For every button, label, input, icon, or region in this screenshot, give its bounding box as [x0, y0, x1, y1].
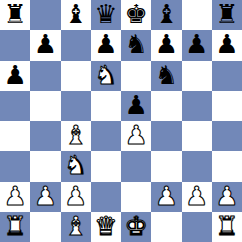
square-a2[interactable]: ♟ — [0, 182, 30, 212]
white-king-piece: ♚ — [124, 213, 147, 239]
square-f7[interactable]: ♟ — [151, 30, 181, 60]
square-g4[interactable] — [182, 121, 212, 151]
square-b4[interactable] — [30, 121, 60, 151]
black-knight-piece: ♞ — [124, 31, 147, 57]
black-rook-piece: ♜ — [215, 1, 238, 27]
square-c3[interactable]: ♞ — [61, 151, 91, 181]
square-d8[interactable]: ♛ — [91, 0, 121, 30]
black-pawn-piece: ♟ — [3, 62, 26, 88]
square-b6[interactable] — [30, 61, 60, 91]
square-g8[interactable] — [182, 0, 212, 30]
chess-board: ♜♝♛♚♝♜♟♟♞♟♟♟♟♞♞♟♝♟♞♟♟♟♟♟♟♜♝♛♚♜ — [0, 0, 242, 242]
white-knight-piece: ♞ — [94, 62, 117, 88]
square-e4[interactable]: ♟ — [121, 121, 151, 151]
white-bishop-piece: ♝ — [64, 213, 87, 239]
square-g7[interactable]: ♟ — [182, 30, 212, 60]
square-h6[interactable] — [212, 61, 242, 91]
black-pawn-piece: ♟ — [185, 31, 208, 57]
black-pawn-piece: ♟ — [34, 31, 57, 57]
square-g2[interactable]: ♟ — [182, 182, 212, 212]
square-g1[interactable] — [182, 212, 212, 242]
square-b1[interactable] — [30, 212, 60, 242]
square-h5[interactable] — [212, 91, 242, 121]
black-bishop-piece: ♝ — [64, 1, 87, 27]
square-c2[interactable]: ♟ — [61, 182, 91, 212]
square-f8[interactable]: ♝ — [151, 0, 181, 30]
black-king-piece: ♚ — [124, 1, 147, 27]
white-knight-piece: ♞ — [64, 152, 87, 178]
square-d1[interactable]: ♛ — [91, 212, 121, 242]
square-a7[interactable] — [0, 30, 30, 60]
square-h8[interactable]: ♜ — [212, 0, 242, 30]
square-d6[interactable]: ♞ — [91, 61, 121, 91]
square-e3[interactable] — [121, 151, 151, 181]
white-rook-piece: ♜ — [215, 213, 238, 239]
white-queen-piece: ♛ — [94, 213, 117, 239]
square-c5[interactable] — [61, 91, 91, 121]
square-f4[interactable] — [151, 121, 181, 151]
white-rook-piece: ♜ — [3, 213, 26, 239]
white-pawn-piece: ♟ — [155, 183, 178, 209]
square-a1[interactable]: ♜ — [0, 212, 30, 242]
square-h4[interactable] — [212, 121, 242, 151]
square-d2[interactable] — [91, 182, 121, 212]
square-f2[interactable]: ♟ — [151, 182, 181, 212]
square-g3[interactable] — [182, 151, 212, 181]
black-bishop-piece: ♝ — [155, 1, 178, 27]
black-pawn-piece: ♟ — [155, 31, 178, 57]
square-c6[interactable] — [61, 61, 91, 91]
square-g6[interactable] — [182, 61, 212, 91]
white-pawn-piece: ♟ — [3, 183, 26, 209]
square-b8[interactable] — [30, 0, 60, 30]
square-a4[interactable] — [0, 121, 30, 151]
square-e7[interactable]: ♞ — [121, 30, 151, 60]
square-b5[interactable] — [30, 91, 60, 121]
square-a3[interactable] — [0, 151, 30, 181]
black-rook-piece: ♜ — [3, 1, 26, 27]
black-pawn-piece: ♟ — [124, 92, 147, 118]
square-c7[interactable] — [61, 30, 91, 60]
square-d4[interactable] — [91, 121, 121, 151]
square-c1[interactable]: ♝ — [61, 212, 91, 242]
square-g5[interactable] — [182, 91, 212, 121]
black-pawn-piece: ♟ — [94, 31, 117, 57]
white-pawn-piece: ♟ — [64, 183, 87, 209]
white-pawn-piece: ♟ — [215, 183, 238, 209]
square-b7[interactable]: ♟ — [30, 30, 60, 60]
square-e2[interactable] — [121, 182, 151, 212]
square-c8[interactable]: ♝ — [61, 0, 91, 30]
black-knight-piece: ♞ — [155, 62, 178, 88]
square-e5[interactable]: ♟ — [121, 91, 151, 121]
black-pawn-piece: ♟ — [215, 31, 238, 57]
white-pawn-piece: ♟ — [34, 183, 57, 209]
square-b2[interactable]: ♟ — [30, 182, 60, 212]
square-e6[interactable] — [121, 61, 151, 91]
square-h3[interactable] — [212, 151, 242, 181]
square-b3[interactable] — [30, 151, 60, 181]
square-h1[interactable]: ♜ — [212, 212, 242, 242]
square-f5[interactable] — [151, 91, 181, 121]
square-h2[interactable]: ♟ — [212, 182, 242, 212]
square-f1[interactable] — [151, 212, 181, 242]
square-d3[interactable] — [91, 151, 121, 181]
square-a8[interactable]: ♜ — [0, 0, 30, 30]
square-e8[interactable]: ♚ — [121, 0, 151, 30]
square-h7[interactable]: ♟ — [212, 30, 242, 60]
square-e1[interactable]: ♚ — [121, 212, 151, 242]
square-d5[interactable] — [91, 91, 121, 121]
square-c4[interactable]: ♝ — [61, 121, 91, 151]
square-f3[interactable] — [151, 151, 181, 181]
square-f6[interactable]: ♞ — [151, 61, 181, 91]
white-pawn-piece: ♟ — [185, 183, 208, 209]
chess-diagram: ♜♝♛♚♝♜♟♟♞♟♟♟♟♞♞♟♝♟♞♟♟♟♟♟♟♜♝♛♚♜ — [0, 0, 242, 242]
white-bishop-piece: ♝ — [64, 122, 87, 148]
square-a6[interactable]: ♟ — [0, 61, 30, 91]
white-pawn-piece: ♟ — [124, 122, 147, 148]
black-queen-piece: ♛ — [94, 1, 117, 27]
square-d7[interactable]: ♟ — [91, 30, 121, 60]
square-a5[interactable] — [0, 91, 30, 121]
